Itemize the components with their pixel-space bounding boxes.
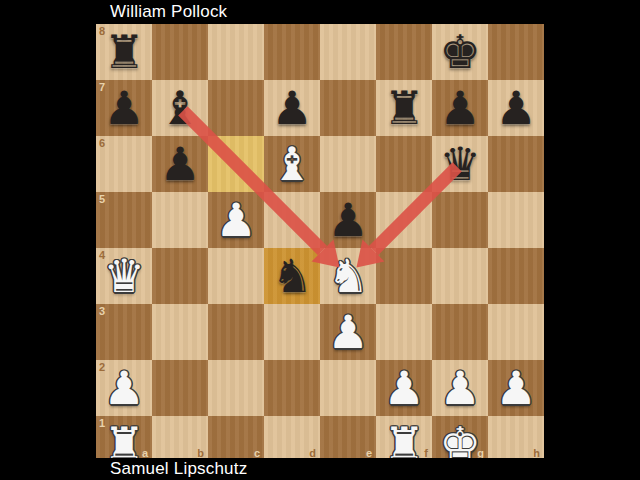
rank-label-1: 1 [99,417,105,429]
square-b8[interactable] [152,24,208,80]
piece-black-queen: ♛ [432,136,488,192]
top-name-bar: William Pollock [0,0,640,24]
chess-video-frame: William Pollock 8♜♚7♟♝♟♜♟♟6♟♝♛5♟♟4♛♞♞3♟2… [0,0,640,480]
piece-white-queen: ♛ [96,248,152,304]
square-a3[interactable]: 3 [96,304,152,360]
square-h5[interactable] [488,192,544,248]
piece-white-pawn: ♟ [320,304,376,360]
piece-black-bishop: ♝ [152,80,208,136]
piece-black-pawn: ♟ [96,80,152,136]
square-e2[interactable] [320,360,376,416]
piece-black-pawn: ♟ [488,80,544,136]
square-f8[interactable] [376,24,432,80]
chess-board: 8♜♚7♟♝♟♜♟♟6♟♝♛5♟♟4♛♞♞3♟2♟♟♟♟1a♜bcdef♜g♚h [96,24,544,472]
square-e7[interactable] [320,80,376,136]
square-c8[interactable] [208,24,264,80]
square-e3[interactable]: ♟ [320,304,376,360]
square-h2[interactable]: ♟ [488,360,544,416]
square-b4[interactable] [152,248,208,304]
piece-black-king: ♚ [432,24,488,80]
piece-white-pawn: ♟ [432,360,488,416]
square-c2[interactable] [208,360,264,416]
piece-black-pawn: ♟ [320,192,376,248]
square-b2[interactable] [152,360,208,416]
piece-white-pawn: ♟ [96,360,152,416]
square-d8[interactable] [264,24,320,80]
square-g3[interactable] [432,304,488,360]
rank-label-2: 2 [99,361,105,373]
square-b5[interactable] [152,192,208,248]
piece-black-pawn: ♟ [432,80,488,136]
square-h4[interactable] [488,248,544,304]
square-d7[interactable]: ♟ [264,80,320,136]
square-a6[interactable]: 6 [96,136,152,192]
piece-black-rook: ♜ [96,24,152,80]
bottom-name-bar: Samuel Lipschutz [0,458,640,480]
square-a7[interactable]: 7♟ [96,80,152,136]
square-c7[interactable] [208,80,264,136]
square-c3[interactable] [208,304,264,360]
piece-black-rook: ♜ [376,80,432,136]
piece-black-pawn: ♟ [152,136,208,192]
piece-white-knight: ♞ [320,248,376,304]
square-d4[interactable]: ♞ [264,248,320,304]
square-d5[interactable] [264,192,320,248]
square-b3[interactable] [152,304,208,360]
square-e8[interactable] [320,24,376,80]
square-g6[interactable]: ♛ [432,136,488,192]
piece-white-pawn: ♟ [488,360,544,416]
square-a4[interactable]: 4♛ [96,248,152,304]
rank-label-6: 6 [99,137,105,149]
square-d2[interactable] [264,360,320,416]
square-f2[interactable]: ♟ [376,360,432,416]
square-g8[interactable]: ♚ [432,24,488,80]
square-c4[interactable] [208,248,264,304]
square-e6[interactable] [320,136,376,192]
square-g5[interactable] [432,192,488,248]
square-c5[interactable]: ♟ [208,192,264,248]
square-f3[interactable] [376,304,432,360]
square-d3[interactable] [264,304,320,360]
square-a2[interactable]: 2♟ [96,360,152,416]
piece-white-pawn: ♟ [208,192,264,248]
square-a8[interactable]: 8♜ [96,24,152,80]
square-h6[interactable] [488,136,544,192]
square-g7[interactable]: ♟ [432,80,488,136]
square-h3[interactable] [488,304,544,360]
square-h7[interactable]: ♟ [488,80,544,136]
square-b7[interactable]: ♝ [152,80,208,136]
player-bottom-name: Samuel Lipschutz [110,459,247,479]
square-f5[interactable] [376,192,432,248]
square-e5[interactable]: ♟ [320,192,376,248]
rank-label-4: 4 [99,249,105,261]
square-g2[interactable]: ♟ [432,360,488,416]
square-f7[interactable]: ♜ [376,80,432,136]
rank-label-3: 3 [99,305,105,317]
square-a5[interactable]: 5 [96,192,152,248]
square-e4[interactable]: ♞ [320,248,376,304]
square-h8[interactable] [488,24,544,80]
piece-white-bishop: ♝ [264,136,320,192]
rank-label-8: 8 [99,25,105,37]
square-f6[interactable] [376,136,432,192]
player-top-name: William Pollock [110,2,227,22]
piece-white-pawn: ♟ [376,360,432,416]
rank-label-7: 7 [99,81,105,93]
square-c6[interactable] [208,136,264,192]
piece-black-pawn: ♟ [264,80,320,136]
rank-label-5: 5 [99,193,105,205]
piece-black-knight: ♞ [264,248,320,304]
square-g4[interactable] [432,248,488,304]
square-d6[interactable]: ♝ [264,136,320,192]
square-b6[interactable]: ♟ [152,136,208,192]
square-f4[interactable] [376,248,432,304]
